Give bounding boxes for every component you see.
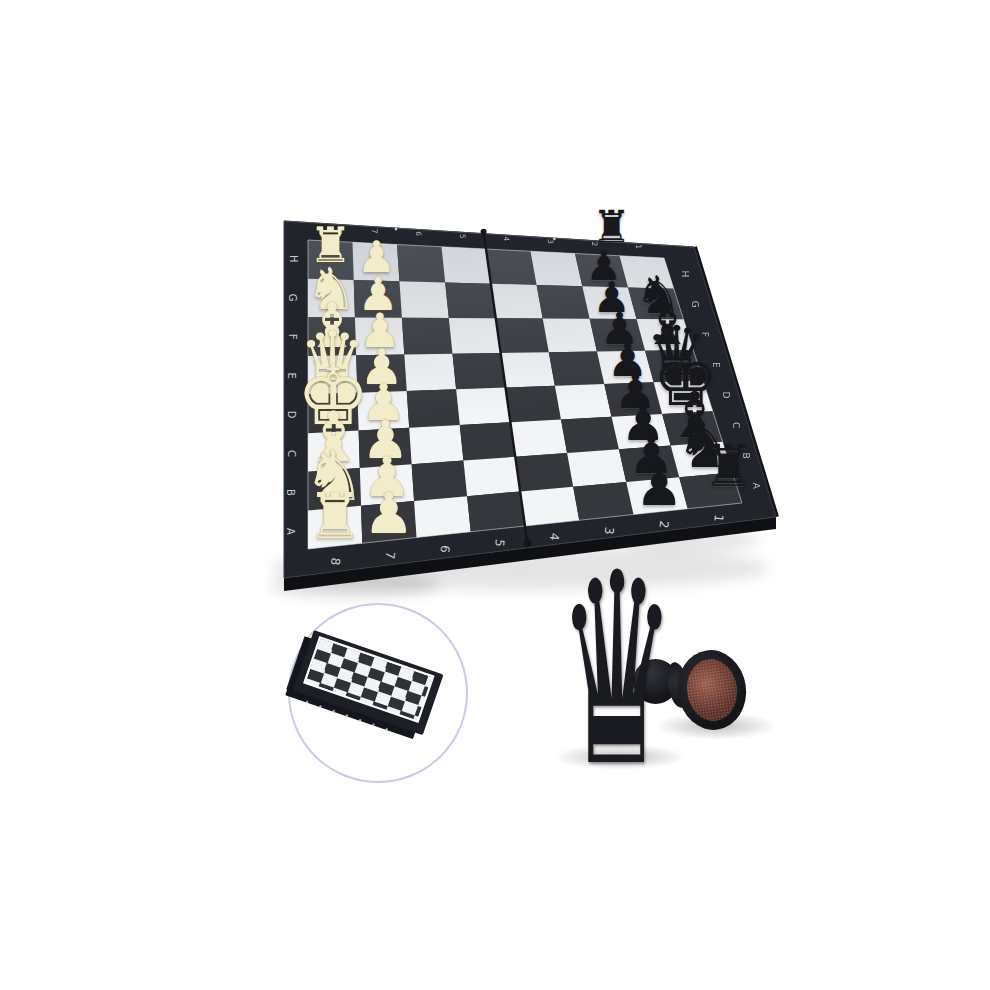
coordinate-label: F: [287, 334, 298, 340]
coordinate-label: G: [690, 301, 700, 308]
coordinate-label: 3: [546, 239, 555, 244]
coordinate-label: E: [286, 372, 297, 378]
coordinate-label: B: [285, 489, 296, 496]
coordinate-label: H: [288, 255, 299, 263]
black-queen-glyph: ♛: [558, 545, 677, 797]
coordinate-label: 5: [458, 234, 467, 239]
coordinate-label: D: [721, 392, 731, 399]
coordinate-label: C: [731, 422, 741, 428]
coordinate-label: A: [285, 528, 296, 535]
coordinate-label: 1: [634, 244, 643, 249]
coordinate-label: 6: [414, 231, 423, 236]
coordinate-label: A: [751, 483, 761, 490]
coordinate-label: 6: [437, 545, 452, 554]
magnetic-felt-base: [683, 656, 741, 724]
coordinate-label: 2: [590, 242, 599, 247]
coordinate-label: 4: [502, 236, 511, 241]
coordinate-label: 7: [370, 229, 379, 234]
coordinate-label: 8: [326, 226, 335, 231]
coordinate-label: C: [286, 450, 297, 457]
coordinate-label: E: [711, 362, 721, 368]
hinge: [481, 229, 487, 235]
coordinate-label: 8: [328, 557, 343, 566]
coordinate-label: H: [680, 271, 690, 278]
coordinate-label: 1: [711, 514, 726, 523]
coordinate-label: G: [287, 294, 298, 302]
coordinate-label: F: [700, 332, 710, 337]
product-photo: HHGGFFEEDDCCBBAA8877665544332211 ♜♞♝♛♚♝♞…: [0, 0, 990, 990]
chess-board: HHGGFFEEDDCCBBAA8877665544332211: [0, 0, 990, 990]
coordinate-label: 7: [383, 551, 398, 560]
coordinate-label: B: [741, 452, 751, 458]
coordinate-label: D: [286, 411, 297, 419]
